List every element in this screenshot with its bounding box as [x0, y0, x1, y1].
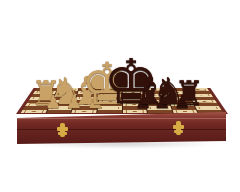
black-rook: ♜ — [174, 76, 204, 110]
pieces-layer: ♜♟♞♟♝♟♚♚♟♝♟♞♟♜ — [0, 0, 240, 192]
product-photo: ♜♟♞♟♝♟♚♚♟♝♟♞♟♜ — [0, 0, 240, 192]
